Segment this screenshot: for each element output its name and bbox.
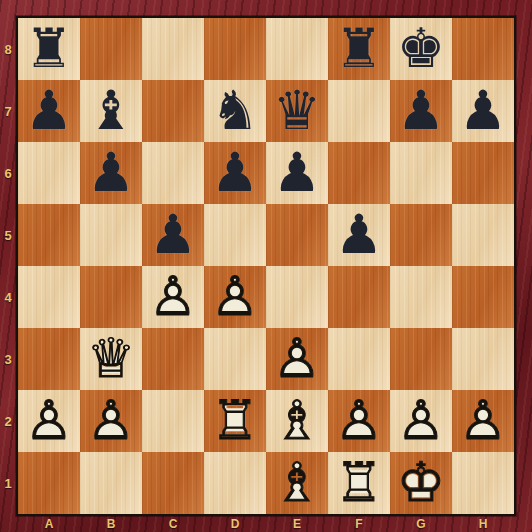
file-label-h: H [452,515,514,532]
square-c5[interactable]: ♟ [142,204,204,266]
square-e3[interactable]: ♟♙ [266,328,328,390]
square-e4[interactable] [266,266,328,328]
square-h3[interactable] [452,328,514,390]
piece-white-pawn[interactable]: ♟♙ [80,390,142,452]
square-h6[interactable] [452,142,514,204]
file-label-f: F [328,515,390,532]
square-c2[interactable] [142,390,204,452]
piece-black-pawn[interactable]: ♟ [204,142,266,204]
piece-black-pawn[interactable]: ♟ [390,80,452,142]
file-label-c: C [142,515,204,532]
square-d2[interactable]: ♜♖ [204,390,266,452]
rank-label-7: 7 [0,80,16,142]
piece-black-queen[interactable]: ♛ [266,80,328,142]
piece-black-pawn[interactable]: ♟ [328,204,390,266]
square-e5[interactable] [266,204,328,266]
board-frame: ♜♜♚♟♝♞♛♟♟♟♟♟♟♟♟♙♟♙♛♕♟♙♟♙♟♙♜♖♝♗♟♙♟♙♟♙♝♗♜♖… [0,0,532,532]
square-f3[interactable] [328,328,390,390]
square-f4[interactable] [328,266,390,328]
square-a7[interactable]: ♟ [18,80,80,142]
file-label-d: D [204,515,266,532]
piece-white-pawn[interactable]: ♟♙ [266,328,328,390]
square-f7[interactable] [328,80,390,142]
rank-label-2: 2 [0,390,16,452]
piece-white-rook[interactable]: ♜♖ [328,452,390,514]
square-b1[interactable] [80,452,142,514]
piece-black-pawn[interactable]: ♟ [80,142,142,204]
square-f1[interactable]: ♜♖ [328,452,390,514]
square-g2[interactable]: ♟♙ [390,390,452,452]
piece-black-pawn[interactable]: ♟ [18,80,80,142]
square-h8[interactable] [452,18,514,80]
square-g7[interactable]: ♟ [390,80,452,142]
chess-board[interactable]: ♜♜♚♟♝♞♛♟♟♟♟♟♟♟♟♙♟♙♛♕♟♙♟♙♟♙♜♖♝♗♟♙♟♙♟♙♝♗♜♖… [16,16,516,516]
piece-black-king[interactable]: ♚ [390,18,452,80]
square-d6[interactable]: ♟ [204,142,266,204]
piece-white-bishop[interactable]: ♝♗ [266,390,328,452]
square-f8[interactable]: ♜ [328,18,390,80]
square-a6[interactable] [18,142,80,204]
square-h5[interactable] [452,204,514,266]
rank-label-1: 1 [0,452,16,514]
square-h7[interactable]: ♟ [452,80,514,142]
square-a3[interactable] [18,328,80,390]
file-label-b: B [80,515,142,532]
square-e7[interactable]: ♛ [266,80,328,142]
square-d3[interactable] [204,328,266,390]
square-g4[interactable] [390,266,452,328]
square-f2[interactable]: ♟♙ [328,390,390,452]
square-e1[interactable]: ♝♗ [266,452,328,514]
square-d1[interactable] [204,452,266,514]
piece-white-pawn[interactable]: ♟♙ [18,390,80,452]
square-b3[interactable]: ♛♕ [80,328,142,390]
square-e8[interactable] [266,18,328,80]
square-b7[interactable]: ♝ [80,80,142,142]
piece-black-rook[interactable]: ♜ [18,18,80,80]
square-b2[interactable]: ♟♙ [80,390,142,452]
piece-white-king[interactable]: ♚♔ [390,452,452,514]
file-label-e: E [266,515,328,532]
square-c4[interactable]: ♟♙ [142,266,204,328]
square-g5[interactable] [390,204,452,266]
rank-label-5: 5 [0,204,16,266]
square-f5[interactable]: ♟ [328,204,390,266]
square-d8[interactable] [204,18,266,80]
square-h4[interactable] [452,266,514,328]
square-a1[interactable] [18,452,80,514]
square-d5[interactable] [204,204,266,266]
square-e2[interactable]: ♝♗ [266,390,328,452]
square-a5[interactable] [18,204,80,266]
square-a4[interactable] [18,266,80,328]
square-a8[interactable]: ♜ [18,18,80,80]
square-g1[interactable]: ♚♔ [390,452,452,514]
file-label-g: G [390,515,452,532]
piece-black-knight[interactable]: ♞ [204,80,266,142]
rank-label-8: 8 [0,18,16,80]
square-b5[interactable] [80,204,142,266]
square-g6[interactable] [390,142,452,204]
square-d7[interactable]: ♞ [204,80,266,142]
square-b6[interactable]: ♟ [80,142,142,204]
square-d4[interactable]: ♟♙ [204,266,266,328]
piece-white-pawn[interactable]: ♟♙ [142,266,204,328]
square-c3[interactable] [142,328,204,390]
square-c6[interactable] [142,142,204,204]
square-b8[interactable] [80,18,142,80]
piece-black-pawn[interactable]: ♟ [266,142,328,204]
square-f6[interactable] [328,142,390,204]
square-g3[interactable] [390,328,452,390]
file-label-a: A [18,515,80,532]
square-b4[interactable] [80,266,142,328]
piece-black-rook[interactable]: ♜ [328,18,390,80]
rank-label-6: 6 [0,142,16,204]
piece-white-bishop[interactable]: ♝♗ [266,452,328,514]
piece-white-pawn[interactable]: ♟♙ [328,390,390,452]
piece-black-pawn[interactable]: ♟ [452,80,514,142]
piece-black-pawn[interactable]: ♟ [142,204,204,266]
square-a2[interactable]: ♟♙ [18,390,80,452]
square-h2[interactable]: ♟♙ [452,390,514,452]
rank-label-4: 4 [0,266,16,328]
square-c7[interactable] [142,80,204,142]
square-c1[interactable] [142,452,204,514]
piece-white-rook[interactable]: ♜♖ [204,390,266,452]
square-g8[interactable]: ♚ [390,18,452,80]
square-c8[interactable] [142,18,204,80]
piece-white-pawn[interactable]: ♟♙ [452,390,514,452]
rank-label-3: 3 [0,328,16,390]
square-h1[interactable] [452,452,514,514]
piece-black-bishop[interactable]: ♝ [80,80,142,142]
square-e6[interactable]: ♟ [266,142,328,204]
piece-white-pawn[interactable]: ♟♙ [390,390,452,452]
piece-white-pawn[interactable]: ♟♙ [204,266,266,328]
piece-white-queen[interactable]: ♛♕ [80,328,142,390]
